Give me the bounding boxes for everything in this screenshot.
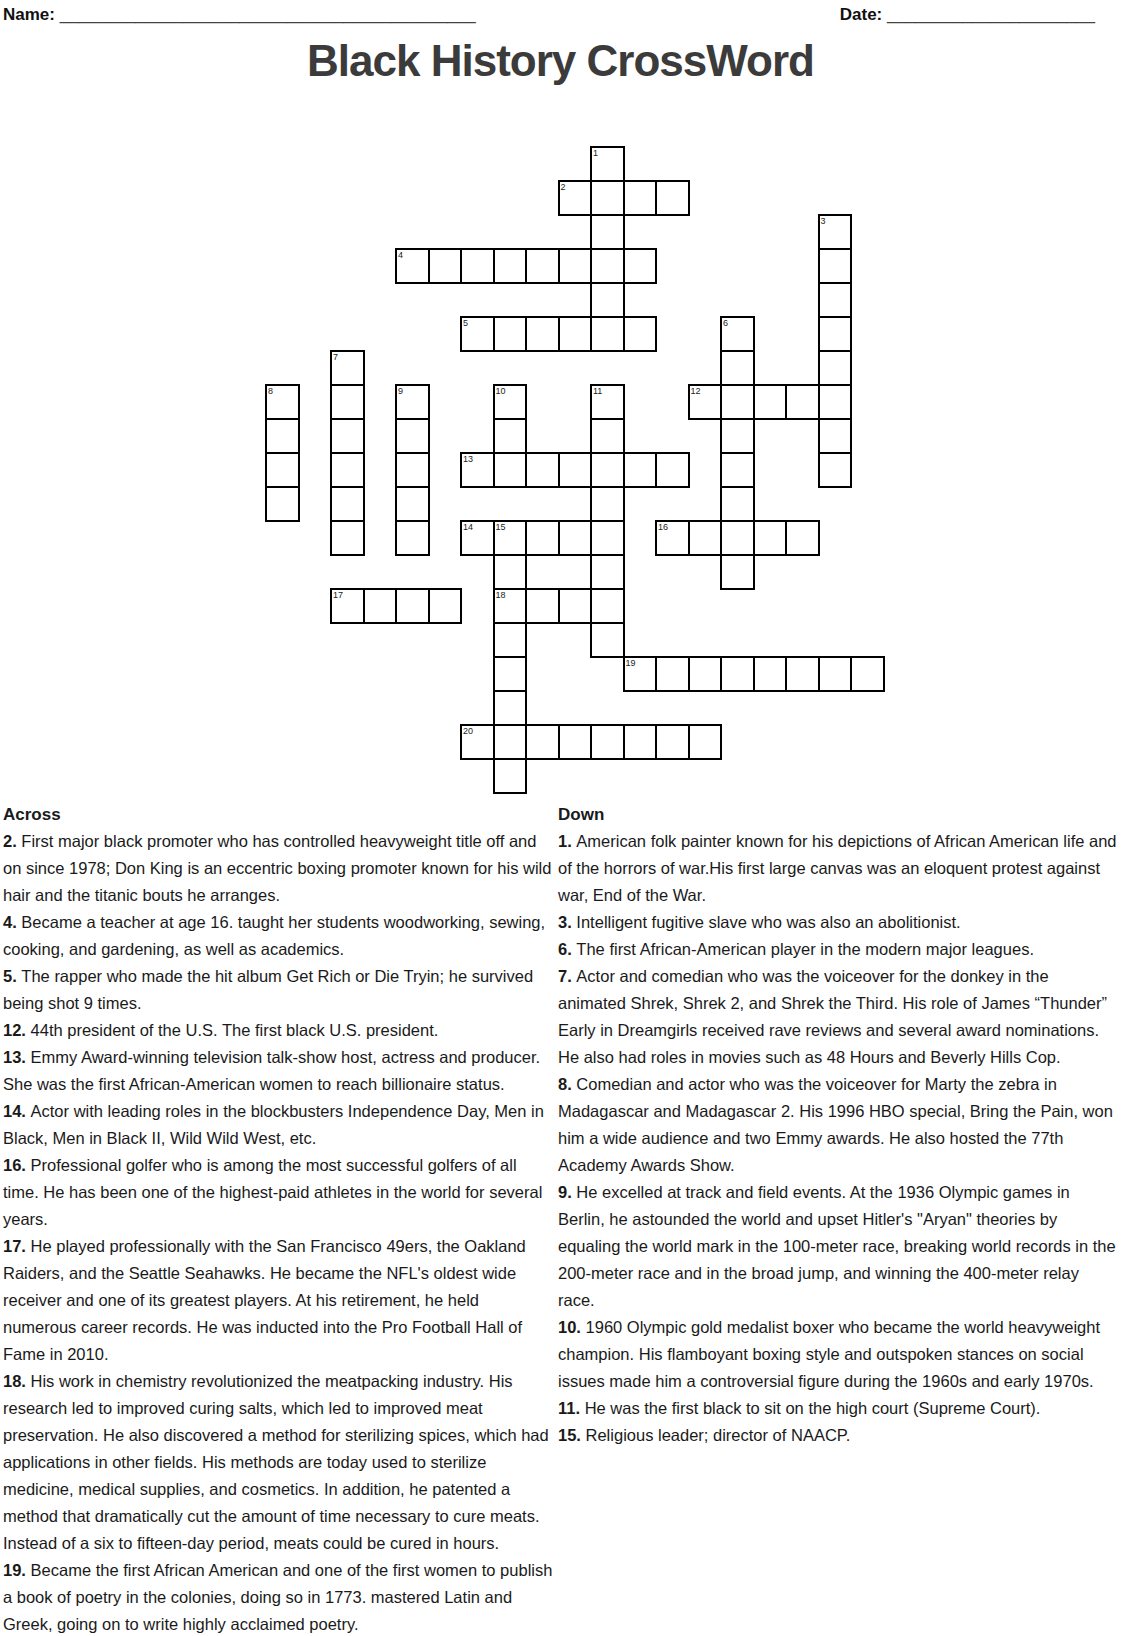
cell-r12-c13[interactable]: 16 (655, 520, 690, 556)
clue-across-12: 12. 44th president of the U.S. The first… (3, 1017, 553, 1044)
cell-r2-c12[interactable] (623, 180, 658, 216)
cell-r8-c15[interactable] (720, 384, 755, 420)
cell-r12-c3[interactable] (330, 520, 365, 556)
cell-r1-c11[interactable]: 1 (590, 146, 625, 182)
cell-r13-c11[interactable] (590, 554, 625, 590)
clue-across-12-number: 12. (3, 1021, 31, 1039)
worksheet-page: Name: __________________________________… (0, 0, 1121, 1636)
cell-r2-c11[interactable] (590, 180, 625, 216)
cell-r12-c14[interactable] (688, 520, 723, 556)
cell-r15-c11[interactable] (590, 622, 625, 658)
name-field: Name: __________________________________… (3, 5, 476, 25)
cell-r4-c9[interactable] (525, 248, 560, 284)
clue-down-3: 3. Intelligent fugitive slave who was al… (558, 909, 1119, 936)
cell-r4-c11[interactable] (590, 248, 625, 284)
cell-r9-c3[interactable] (330, 418, 365, 454)
cell-r10-c1[interactable] (265, 452, 300, 488)
cell-r12-c9[interactable] (525, 520, 560, 556)
clue-number-12: 12 (691, 386, 701, 396)
cell-r14-c6[interactable] (428, 588, 463, 624)
cell-r18-c7[interactable]: 20 (460, 724, 495, 760)
clue-number-20: 20 (463, 726, 473, 736)
cell-r9-c15[interactable] (720, 418, 755, 454)
cell-r12-c17[interactable] (785, 520, 820, 556)
clue-number-11: 11 (593, 386, 602, 396)
cell-r16-c12[interactable]: 19 (623, 656, 658, 692)
clue-down-11: 11. He was the first black to sit on the… (558, 1395, 1119, 1422)
cell-r10-c15[interactable] (720, 452, 755, 488)
cell-r11-c5[interactable] (395, 486, 430, 522)
cell-r10-c18[interactable] (818, 452, 853, 488)
clues-section: Across 2. First major black promoter who… (3, 801, 1119, 1636)
clue-number-6: 6 (723, 318, 728, 328)
down-heading: Down (558, 801, 1119, 828)
cell-r10-c8[interactable] (493, 452, 528, 488)
clue-across-5-number: 5. (3, 967, 21, 985)
across-clues-column: Across 2. First major black promoter who… (3, 801, 553, 1636)
cell-r12-c7[interactable]: 14 (460, 520, 495, 556)
clue-number-17: 17 (333, 590, 343, 600)
cell-r14-c8[interactable]: 18 (493, 588, 528, 624)
cell-r14-c3[interactable]: 17 (330, 588, 365, 624)
cell-r7-c15[interactable] (720, 350, 755, 386)
cell-r10-c3[interactable] (330, 452, 365, 488)
clue-across-13-number: 13. (3, 1048, 31, 1066)
cell-r10-c13[interactable] (655, 452, 690, 488)
cell-r18-c14[interactable] (688, 724, 723, 760)
cell-r14-c5[interactable] (395, 588, 430, 624)
clue-number-4: 4 (398, 250, 403, 260)
crossword-grid: 1234567891011121314151617181920 (266, 147, 884, 793)
clue-down-1-number: 1. (558, 832, 576, 850)
clue-down-3-number: 3. (558, 913, 576, 931)
clue-number-13: 13 (463, 454, 473, 464)
clue-down-6: 6. The first African-American player in … (558, 936, 1119, 963)
clue-number-1: 1 (593, 148, 598, 158)
across-heading: Across (3, 801, 553, 828)
cell-r4-c5[interactable]: 4 (395, 248, 430, 284)
cell-r14-c11[interactable] (590, 588, 625, 624)
cell-r16-c15[interactable] (720, 656, 755, 692)
clue-down-7-number: 7. (558, 967, 576, 985)
clue-number-14: 14 (463, 522, 473, 532)
cell-r6-c12[interactable] (623, 316, 658, 352)
cell-r17-c8[interactable] (493, 690, 528, 726)
cell-r16-c14[interactable] (688, 656, 723, 692)
cell-r3-c18[interactable]: 3 (818, 214, 853, 250)
cell-r6-c9[interactable] (525, 316, 560, 352)
clue-across-14: 14. Actor with leading roles in the bloc… (3, 1098, 553, 1152)
cell-r18-c10[interactable] (558, 724, 593, 760)
clue-across-17-number: 17. (3, 1237, 31, 1255)
clue-number-2: 2 (561, 182, 566, 192)
clue-across-5: 5. The rapper who made the hit album Get… (3, 963, 553, 1017)
cell-r8-c3[interactable] (330, 384, 365, 420)
clue-across-16: 16. Professional golfer who is among the… (3, 1152, 553, 1233)
cell-r4-c6[interactable] (428, 248, 463, 284)
clue-number-5: 5 (463, 318, 468, 328)
date-field: Date: ______________________ (840, 5, 1095, 25)
cell-r10-c5[interactable] (395, 452, 430, 488)
cell-r3-c11[interactable] (590, 214, 625, 250)
cell-r8-c16[interactable] (753, 384, 788, 420)
cell-r8-c14[interactable]: 12 (688, 384, 723, 420)
cell-r5-c11[interactable] (590, 282, 625, 318)
clue-across-18-number: 18. (3, 1372, 31, 1390)
cell-r6-c18[interactable] (818, 316, 853, 352)
clue-across-14-number: 14. (3, 1102, 31, 1120)
cell-r9-c11[interactable] (590, 418, 625, 454)
date-label: Date: (840, 5, 883, 24)
cell-r18-c8[interactable] (493, 724, 528, 760)
cell-r8-c1[interactable]: 8 (265, 384, 300, 420)
cell-r12-c10[interactable] (558, 520, 593, 556)
cell-r10-c9[interactable] (525, 452, 560, 488)
cell-r18-c13[interactable] (655, 724, 690, 760)
clue-down-10-number: 10. (558, 1318, 586, 1336)
down-clue-list: 1. American folk painter known for his d… (558, 828, 1119, 1449)
cell-r18-c9[interactable] (525, 724, 560, 760)
cell-r9-c8[interactable] (493, 418, 528, 454)
cell-r14-c10[interactable] (558, 588, 593, 624)
clue-across-2: 2. First major black promoter who has co… (3, 828, 553, 909)
cell-r11-c1[interactable] (265, 486, 300, 522)
cell-r4-c7[interactable] (460, 248, 495, 284)
cell-r8-c17[interactable] (785, 384, 820, 420)
clue-across-19-number: 19. (3, 1561, 31, 1579)
cell-r6-c10[interactable] (558, 316, 593, 352)
across-clue-list: 2. First major black promoter who has co… (3, 828, 553, 1636)
cell-r4-c12[interactable] (623, 248, 658, 284)
cell-r12-c8[interactable]: 15 (493, 520, 528, 556)
cell-r2-c13[interactable] (655, 180, 690, 216)
clue-down-9-number: 9. (558, 1183, 576, 1201)
cell-r6-c8[interactable] (493, 316, 528, 352)
cell-r16-c18[interactable] (818, 656, 853, 692)
clue-across-13: 13. Emmy Award-winning television talk-s… (3, 1044, 553, 1098)
clue-down-15-number: 15. (558, 1426, 586, 1444)
clue-number-15: 15 (496, 522, 506, 532)
clue-across-2-number: 2. (3, 832, 21, 850)
cell-r13-c8[interactable] (493, 554, 528, 590)
cell-r5-c18[interactable] (818, 282, 853, 318)
worksheet-topbar: Name: __________________________________… (3, 5, 1095, 25)
clue-down-6-number: 6. (558, 940, 576, 958)
cell-r4-c18[interactable] (818, 248, 853, 284)
cell-r12-c11[interactable] (590, 520, 625, 556)
cell-r16-c13[interactable] (655, 656, 690, 692)
cell-r13-c15[interactable] (720, 554, 755, 590)
cell-r7-c18[interactable] (818, 350, 853, 386)
name-label: Name: (3, 5, 55, 24)
cell-r9-c5[interactable] (395, 418, 430, 454)
cell-r16-c19[interactable] (850, 656, 885, 692)
clue-across-4: 4. Became a teacher at age 16. taught he… (3, 909, 553, 963)
cell-r11-c3[interactable] (330, 486, 365, 522)
clue-down-8-number: 8. (558, 1075, 576, 1093)
cell-r18-c11[interactable] (590, 724, 625, 760)
cell-r11-c11[interactable] (590, 486, 625, 522)
date-blank-line[interactable]: ______________________ (887, 5, 1095, 24)
cell-r16-c8[interactable] (493, 656, 528, 692)
clue-down-10: 10. 1960 Olympic gold medalist boxer who… (558, 1314, 1119, 1395)
clue-number-10: 10 (496, 386, 506, 396)
clue-number-8: 8 (268, 386, 273, 396)
cell-r8-c18[interactable] (818, 384, 853, 420)
cell-r10-c10[interactable] (558, 452, 593, 488)
clue-number-9: 9 (398, 386, 403, 396)
cell-r19-c8[interactable] (493, 758, 528, 794)
cell-r12-c15[interactable] (720, 520, 755, 556)
clue-across-17: 17. He played professionally with the Sa… (3, 1233, 553, 1368)
down-clues-column: Down 1. American folk painter known for … (558, 801, 1119, 1449)
clue-down-1: 1. American folk painter known for his d… (558, 828, 1119, 909)
clue-down-15: 15. Religious leader; director of NAACP. (558, 1422, 1119, 1449)
cell-r14-c4[interactable] (363, 588, 398, 624)
clue-across-18: 18. His work in chemistry revolutionized… (3, 1368, 553, 1557)
clue-down-11-number: 11. (558, 1399, 585, 1417)
clue-down-9: 9. He excelled at track and field events… (558, 1179, 1119, 1314)
cell-r16-c16[interactable] (753, 656, 788, 692)
cell-r8-c8[interactable]: 10 (493, 384, 528, 420)
clue-across-4-number: 4. (3, 913, 21, 931)
cell-r12-c5[interactable] (395, 520, 430, 556)
name-blank-line[interactable]: ________________________________________… (60, 5, 476, 24)
page-title: Black History CrossWord (0, 36, 1121, 86)
cell-r11-c15[interactable] (720, 486, 755, 522)
cell-r6-c11[interactable] (590, 316, 625, 352)
cell-r6-c15[interactable]: 6 (720, 316, 755, 352)
cell-r16-c17[interactable] (785, 656, 820, 692)
cell-r10-c12[interactable] (623, 452, 658, 488)
cell-r15-c8[interactable] (493, 622, 528, 658)
cell-r2-c10[interactable]: 2 (558, 180, 593, 216)
clue-number-3: 3 (821, 216, 826, 226)
cell-r9-c18[interactable] (818, 418, 853, 454)
cell-r6-c7[interactable]: 5 (460, 316, 495, 352)
cell-r14-c9[interactable] (525, 588, 560, 624)
clue-down-8: 8. Comedian and actor who was the voiceo… (558, 1071, 1119, 1179)
cell-r10-c11[interactable] (590, 452, 625, 488)
cell-r8-c11[interactable]: 11 (590, 384, 625, 420)
cell-r18-c12[interactable] (623, 724, 658, 760)
clue-across-19: 19. Became the first African American an… (3, 1557, 553, 1636)
cell-r4-c10[interactable] (558, 248, 593, 284)
cell-r9-c1[interactable] (265, 418, 300, 454)
clue-number-16: 16 (658, 522, 668, 532)
clue-down-7: 7. Actor and comedian who was the voiceo… (558, 963, 1119, 1071)
cell-r12-c16[interactable] (753, 520, 788, 556)
cell-r4-c8[interactable] (493, 248, 528, 284)
cell-r7-c3[interactable]: 7 (330, 350, 365, 386)
cell-r10-c7[interactable]: 13 (460, 452, 495, 488)
clue-number-7: 7 (333, 352, 338, 362)
clue-across-16-number: 16. (3, 1156, 31, 1174)
clue-number-18: 18 (496, 590, 506, 600)
clue-number-19: 19 (626, 658, 636, 668)
cell-r8-c5[interactable]: 9 (395, 384, 430, 420)
